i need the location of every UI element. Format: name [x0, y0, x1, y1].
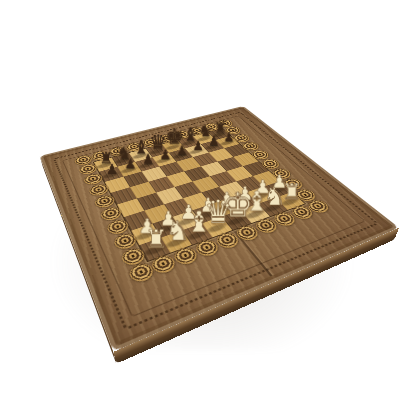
black-pawn-glyph: ♟	[87, 162, 137, 176]
photo-stage: ♜♞♝♛♚♝♞♜♟♟♟♟♟♟♟♟♟♟♟♟♟♟♟♟♜♞♝♛♚♝♞♜	[0, 0, 400, 400]
white-rook-glyph: ♜	[125, 226, 187, 251]
